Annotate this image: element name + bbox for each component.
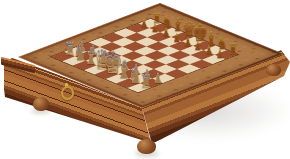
chess-piece-black-pawn-c7[interactable]: ♟ <box>162 27 170 39</box>
case-bun-foot-front <box>137 139 156 154</box>
chess-piece-white-rook-h1[interactable]: ♜ <box>139 71 151 90</box>
chess-piece-white-pawn-h2[interactable]: ♟ <box>153 71 162 85</box>
case-bun-foot-right <box>266 64 281 76</box>
case-bun-foot-left <box>33 97 49 111</box>
drawer-ring-pull-icon[interactable] <box>61 86 74 100</box>
chess-set-photo: ♜♞♝♛♚♝♞♜♟♟♟♟♟♟♟♟♟♟♟♟♟♟♟♟♜♞♝♛♚♝♞♜ <box>0 0 290 159</box>
chess-piece-black-pawn-d7[interactable]: ♟ <box>173 31 181 43</box>
chess-piece-black-pawn-e7[interactable]: ♟ <box>184 35 192 47</box>
chess-piece-black-pawn-b7[interactable]: ♟ <box>151 22 159 34</box>
chess-piece-black-pawn-h7[interactable]: ♟ <box>216 49 224 61</box>
chess-piece-black-rook-h8[interactable]: ♜ <box>228 41 238 56</box>
chess-piece-black-pawn-g7[interactable]: ♟ <box>205 44 213 56</box>
chess-piece-black-pawn-f7[interactable]: ♟ <box>194 40 202 52</box>
chess-piece-black-pawn-a7[interactable]: ♟ <box>140 18 147 30</box>
